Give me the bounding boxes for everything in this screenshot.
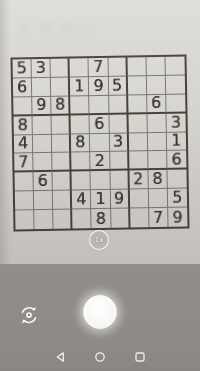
- recents-square-icon: [133, 350, 147, 367]
- sudoku-cell: [70, 58, 89, 77]
- sudoku-cell: 5: [108, 76, 127, 95]
- sudoku-cell: [91, 171, 110, 190]
- sudoku-cell: 8: [71, 134, 90, 153]
- sudoku-cell: [109, 95, 128, 114]
- back-button[interactable]: [40, 345, 80, 371]
- sudoku-cell: [111, 209, 130, 228]
- sudoku-cell: 3: [109, 133, 128, 152]
- sudoku-cell: 9: [110, 190, 129, 209]
- sudoku-cell: [34, 191, 53, 210]
- sudoku-cell: [127, 57, 146, 76]
- sudoku-cell: 1: [167, 132, 186, 151]
- sudoku-cell: 3: [32, 59, 51, 78]
- sudoku-cell: [32, 78, 51, 97]
- sudoku-cell: 4: [14, 135, 33, 154]
- zoom-level-badge[interactable]: 1x: [89, 230, 109, 250]
- zoom-level-label: 1x: [95, 236, 104, 244]
- sudoku-cell: 2: [91, 152, 110, 171]
- sudoku-cell: [71, 96, 90, 115]
- sudoku-cell: [51, 59, 70, 78]
- sudoku-cell: [128, 114, 147, 133]
- sudoku-cell: [52, 134, 71, 153]
- sudoku-cell: [72, 171, 91, 190]
- sudoku-cell: [15, 172, 34, 191]
- sudoku-cell: 6: [147, 95, 166, 114]
- sudoku-cell: 9: [89, 77, 108, 96]
- sudoku-cell: [53, 210, 72, 229]
- sudoku-cell: [128, 95, 147, 114]
- sudoku-cell: [149, 189, 168, 208]
- paper-bleedthrough-smudge: [12, 16, 98, 40]
- sudoku-cell: [33, 134, 52, 153]
- sudoku-cell: [71, 115, 90, 134]
- sudoku-grid: 537619598686348317266284195879: [10, 54, 189, 231]
- sudoku-cell: 8: [148, 170, 167, 189]
- flip-camera-button[interactable]: [17, 303, 41, 327]
- flip-camera-icon: [17, 315, 41, 330]
- sudoku-cell: [147, 113, 166, 132]
- sudoku-cell: 4: [72, 190, 91, 209]
- sudoku-cell: [110, 152, 129, 171]
- sudoku-cell: 8: [14, 116, 33, 135]
- sudoku-cell: [166, 75, 185, 94]
- sudoku-cell: 1: [70, 77, 89, 96]
- sudoku-cell: [130, 208, 149, 227]
- back-triangle-icon: [53, 350, 67, 367]
- sudoku-cell: [90, 133, 109, 152]
- sudoku-cell: [146, 57, 165, 76]
- sudoku-cell: [109, 114, 128, 133]
- sudoku-cell: [148, 151, 167, 170]
- sudoku-cell: [147, 76, 166, 95]
- sudoku-cell: 8: [92, 209, 111, 228]
- sudoku-cell: 7: [89, 58, 108, 77]
- sudoku-cell: [166, 94, 185, 113]
- android-nav-bar: [0, 345, 200, 371]
- sudoku-cell: [15, 210, 34, 229]
- sudoku-cell: 2: [129, 170, 148, 189]
- sudoku-cell: [129, 152, 148, 171]
- shutter-button[interactable]: [83, 295, 117, 329]
- sudoku-cell: [90, 96, 109, 115]
- sudoku-cell: [110, 171, 129, 190]
- sudoku-cell: 6: [90, 114, 109, 133]
- sudoku-cell: [13, 97, 32, 116]
- sudoku-cell: 8: [51, 96, 70, 115]
- sudoku-cell: [71, 153, 90, 172]
- sudoku-cell: [128, 133, 147, 152]
- sudoku-cell: 6: [13, 78, 32, 97]
- sudoku-cell: [148, 132, 167, 151]
- sudoku-cell: 6: [34, 172, 53, 191]
- sudoku-cell: [33, 115, 52, 134]
- sudoku-cell: 5: [168, 189, 187, 208]
- sudoku-cell: 9: [168, 208, 187, 227]
- sudoku-cell: [53, 191, 72, 210]
- sudoku-cell: [34, 210, 53, 229]
- home-button[interactable]: [80, 345, 120, 371]
- sudoku-cell: [52, 153, 71, 172]
- sudoku-cell: 3: [166, 113, 185, 132]
- sudoku-cell: [33, 153, 52, 172]
- sudoku-cell: [72, 209, 91, 228]
- sudoku-cell: [108, 58, 127, 77]
- sudoku-cell: [167, 170, 186, 189]
- sudoku-cell: 9: [32, 97, 51, 116]
- recents-button[interactable]: [120, 345, 160, 371]
- sudoku-cell: [165, 57, 184, 76]
- sudoku-cell: 5: [13, 59, 32, 78]
- sudoku-cell: [52, 115, 71, 134]
- sudoku-cell: 6: [167, 151, 186, 170]
- sudoku-cell: 7: [149, 208, 168, 227]
- home-circle-icon: [93, 350, 107, 367]
- sudoku-cell: [51, 77, 70, 96]
- sudoku-cell: [129, 189, 148, 208]
- sudoku-cell: 1: [91, 190, 110, 209]
- camera-viewfinder[interactable]: 537619598686348317266284195879: [0, 0, 200, 264]
- sudoku-cell: [53, 172, 72, 191]
- sudoku-cell: [15, 191, 34, 210]
- sudoku-cell: 7: [14, 154, 33, 173]
- sudoku-cell: [127, 76, 146, 95]
